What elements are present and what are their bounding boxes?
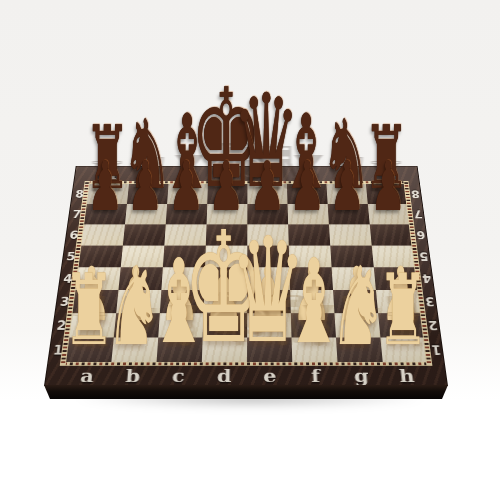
pawn-glyph: ♟ [87, 159, 123, 214]
pawn-glyph: ♟ [127, 159, 163, 214]
rook-glyph: ♜ [377, 271, 429, 350]
product-photo-scene: abcdefgh abcdefgh 87654321 12345678 ♜♜♞♞… [0, 0, 500, 500]
pawn-glyph: ♟ [329, 159, 365, 214]
black-pawn-h7[interactable]: ♟♟ [348, 208, 428, 214]
pawn-glyph: ♟ [370, 159, 406, 214]
white-rook-h1[interactable]: ♜♜ [363, 343, 443, 349]
pieces-layer: ♜♜♞♞♝♝♚♚♛♛♝♝♞♞♜♜♟♟♟♟♟♟♟♟♟♟♟♟♟♟♟♟♟♟♟♟♟♟♟♟… [0, 0, 500, 500]
